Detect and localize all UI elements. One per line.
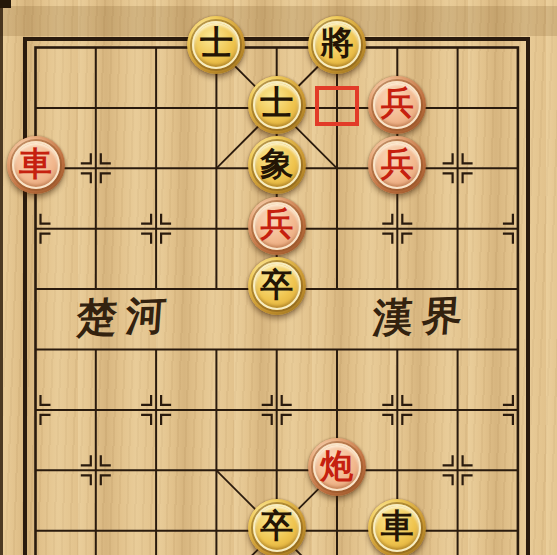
piece-face: 兵 [373,141,421,189]
screen-corner-patch [0,0,11,8]
piece-glyph-advisor: 士 [260,87,293,120]
river-label-chu-he: 楚河 [66,292,186,342]
piece-glyph-soldier: 卒 [260,510,293,543]
piece-face: 車 [12,141,60,189]
piece-glyph-soldier: 兵 [260,208,293,241]
piece-black-general[interactable]: 將 [308,16,366,74]
piece-face: 卒 [253,262,301,310]
piece-face: 兵 [253,202,301,250]
piece-glyph-advisor: 士 [200,27,233,60]
piece-glyph-cannon: 炮 [321,450,354,483]
screen-left-edge [0,0,3,555]
piece-glyph-general: 將 [321,27,354,60]
piece-black-advisor[interactable]: 士 [248,76,306,134]
piece-black-advisor[interactable]: 士 [187,16,245,74]
piece-black-elephant[interactable]: 象 [248,136,306,194]
piece-black-soldier[interactable]: 卒 [248,257,306,315]
piece-glyph-chariot: 車 [19,148,52,181]
piece-red-soldier[interactable]: 兵 [248,197,306,255]
piece-face: 士 [253,81,301,129]
piece-face: 兵 [373,81,421,129]
piece-face: 卒 [253,504,301,552]
last-move-marker [315,86,359,126]
piece-face: 將 [313,21,361,69]
piece-glyph-chariot: 車 [381,510,414,543]
piece-black-soldier[interactable]: 卒 [248,499,306,555]
piece-glyph-elephant: 象 [260,148,293,181]
piece-red-cannon[interactable]: 炮 [308,438,366,496]
piece-red-chariot[interactable]: 車 [7,136,65,194]
piece-face: 象 [253,141,301,189]
piece-glyph-soldier: 兵 [381,148,414,181]
piece-face: 車 [373,504,421,552]
river-label-han-jie: 漢界 [362,292,482,342]
xiangqi-game-screen: 楚河 漢界 士將士兵車象兵兵卒炮卒車 [0,0,557,555]
piece-face: 士 [192,21,240,69]
piece-glyph-soldier: 兵 [381,87,414,120]
piece-face: 炮 [313,443,361,491]
piece-glyph-soldier: 卒 [260,269,293,302]
piece-black-chariot[interactable]: 車 [368,499,426,555]
piece-red-soldier[interactable]: 兵 [368,76,426,134]
